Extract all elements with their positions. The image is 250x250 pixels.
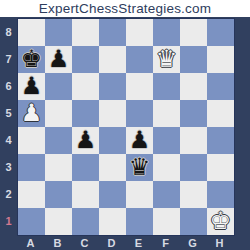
file-label-d: D — [98, 235, 125, 250]
file-label-e: E — [125, 235, 152, 250]
file-label-g: G — [179, 235, 206, 250]
black-pawn-piece: ♟ — [21, 73, 43, 100]
square-e7[interactable] — [126, 46, 153, 73]
square-e5[interactable] — [126, 100, 153, 127]
square-b3[interactable] — [45, 154, 72, 181]
square-b6[interactable] — [45, 73, 72, 100]
square-f6[interactable] — [153, 73, 180, 100]
square-c7[interactable] — [72, 46, 99, 73]
square-h8[interactable] — [207, 19, 234, 46]
square-c5[interactable] — [72, 100, 99, 127]
square-f2[interactable] — [153, 181, 180, 208]
black-king-piece: ♚ — [21, 46, 43, 73]
square-b4[interactable] — [45, 127, 72, 154]
square-a2[interactable] — [18, 181, 45, 208]
file-label-b: B — [44, 235, 71, 250]
square-e4[interactable]: ♟ — [126, 127, 153, 154]
rank-label-7: 7 — [0, 45, 17, 72]
rank-label-6: 6 — [0, 72, 17, 99]
rank-label-5: 5 — [0, 99, 17, 126]
square-b8[interactable] — [45, 19, 72, 46]
square-d2[interactable] — [99, 181, 126, 208]
square-h4[interactable] — [207, 127, 234, 154]
square-f1[interactable] — [153, 208, 180, 235]
file-label-f: F — [152, 235, 179, 250]
black-pawn-piece: ♟ — [129, 127, 151, 154]
square-c1[interactable] — [72, 208, 99, 235]
white-pawn-piece: ♟ — [21, 100, 43, 127]
file-labels: ABCDEFGH — [17, 235, 233, 250]
square-h2[interactable] — [207, 181, 234, 208]
square-h3[interactable] — [207, 154, 234, 181]
square-d7[interactable] — [99, 46, 126, 73]
black-pawn-piece: ♟ — [75, 127, 97, 154]
square-h6[interactable] — [207, 73, 234, 100]
square-g3[interactable] — [180, 154, 207, 181]
square-e3[interactable]: ♛ — [126, 154, 153, 181]
square-e8[interactable] — [126, 19, 153, 46]
square-a7[interactable]: ♚ — [18, 46, 45, 73]
rank-label-3: 3 — [0, 153, 17, 180]
square-c6[interactable] — [72, 73, 99, 100]
site-header: ExpertChessStrategies.com — [0, 0, 250, 17]
square-e1[interactable] — [126, 208, 153, 235]
chess-diagram: ExpertChessStrategies.com 87654321 ♚♟♛♟♟… — [0, 0, 250, 250]
square-g1[interactable] — [180, 208, 207, 235]
square-f8[interactable] — [153, 19, 180, 46]
white-queen-piece: ♛ — [156, 46, 178, 73]
rank-label-1: 1 — [0, 207, 17, 234]
square-h7[interactable] — [207, 46, 234, 73]
square-a3[interactable] — [18, 154, 45, 181]
square-e2[interactable] — [126, 181, 153, 208]
square-c3[interactable] — [72, 154, 99, 181]
square-g8[interactable] — [180, 19, 207, 46]
square-f5[interactable] — [153, 100, 180, 127]
square-g5[interactable] — [180, 100, 207, 127]
rank-label-4: 4 — [0, 126, 17, 153]
square-c8[interactable] — [72, 19, 99, 46]
black-pawn-piece: ♟ — [48, 46, 70, 73]
square-g7[interactable] — [180, 46, 207, 73]
square-b5[interactable] — [45, 100, 72, 127]
square-h1[interactable]: ♚ — [207, 208, 234, 235]
black-queen-piece: ♛ — [129, 154, 151, 181]
square-f4[interactable] — [153, 127, 180, 154]
square-a1[interactable] — [18, 208, 45, 235]
square-h5[interactable] — [207, 100, 234, 127]
square-b1[interactable] — [45, 208, 72, 235]
board: ♚♟♛♟♟♟♟♛♚ — [17, 18, 235, 236]
square-f3[interactable] — [153, 154, 180, 181]
square-a6[interactable]: ♟ — [18, 73, 45, 100]
file-label-c: C — [71, 235, 98, 250]
square-e6[interactable] — [126, 73, 153, 100]
square-g4[interactable] — [180, 127, 207, 154]
square-d6[interactable] — [99, 73, 126, 100]
site-title: ExpertChessStrategies.com — [39, 1, 211, 16]
square-b2[interactable] — [45, 181, 72, 208]
white-king-piece: ♚ — [210, 208, 232, 235]
square-d1[interactable] — [99, 208, 126, 235]
square-d5[interactable] — [99, 100, 126, 127]
square-g2[interactable] — [180, 181, 207, 208]
square-d4[interactable] — [99, 127, 126, 154]
square-c4[interactable]: ♟ — [72, 127, 99, 154]
square-d8[interactable] — [99, 19, 126, 46]
square-d3[interactable] — [99, 154, 126, 181]
file-label-a: A — [17, 235, 44, 250]
square-b7[interactable]: ♟ — [45, 46, 72, 73]
square-f7[interactable]: ♛ — [153, 46, 180, 73]
square-g6[interactable] — [180, 73, 207, 100]
square-c2[interactable] — [72, 181, 99, 208]
rank-labels: 87654321 — [0, 18, 17, 234]
square-a4[interactable] — [18, 127, 45, 154]
square-a8[interactable] — [18, 19, 45, 46]
rank-label-2: 2 — [0, 180, 17, 207]
square-a5[interactable]: ♟ — [18, 100, 45, 127]
file-label-h: H — [206, 235, 233, 250]
rank-label-8: 8 — [0, 18, 17, 45]
